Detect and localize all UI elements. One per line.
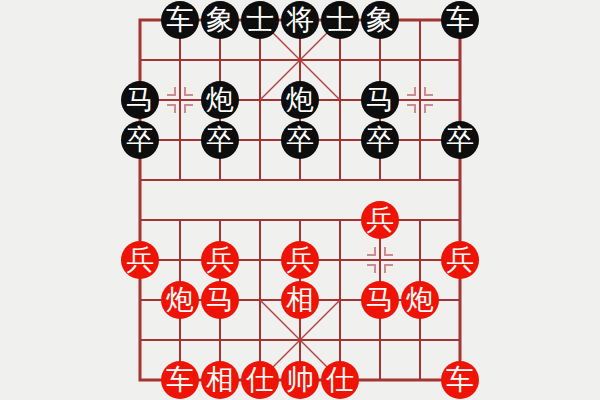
piece-black-horse[interactable]: 马	[361, 81, 399, 119]
board-point-7-0[interactable]	[400, 0, 440, 40]
board-point-8-9[interactable]: 车	[440, 360, 480, 400]
point-marker-corner	[407, 87, 416, 96]
board-point-4-8[interactable]	[280, 320, 320, 360]
piece-red-soldier[interactable]: 兵	[201, 241, 239, 279]
board-point-7-1[interactable]	[400, 40, 440, 80]
piece-red-cannon[interactable]: 炮	[161, 281, 199, 319]
point-marker-corner	[184, 104, 193, 113]
board-point-0-3[interactable]: 卒	[120, 120, 160, 160]
board-point-0-1[interactable]	[120, 40, 160, 80]
piece-black-soldier[interactable]: 卒	[201, 121, 239, 159]
board-point-0-5[interactable]	[120, 200, 160, 240]
board-point-6-4[interactable]	[360, 160, 400, 200]
point-marker	[167, 87, 193, 113]
board-point-2-7[interactable]: 马	[200, 280, 240, 320]
board-point-0-8[interactable]	[120, 320, 160, 360]
board-point-1-6[interactable]	[160, 240, 200, 280]
board-point-3-6[interactable]	[240, 240, 280, 280]
board-point-4-3[interactable]: 卒	[280, 120, 320, 160]
piece-red-chariot[interactable]: 车	[441, 361, 479, 399]
piece-red-advisor[interactable]: 仕	[321, 361, 359, 399]
board-point-5-0[interactable]: 士	[320, 0, 360, 40]
board-point-6-8[interactable]	[360, 320, 400, 360]
piece-red-soldier[interactable]: 兵	[281, 241, 319, 279]
board-point-5-6[interactable]	[320, 240, 360, 280]
board-point-8-5[interactable]	[440, 200, 480, 240]
board-point-5-5[interactable]	[320, 200, 360, 240]
board-point-3-2[interactable]	[240, 80, 280, 120]
board-point-2-3[interactable]: 卒	[200, 120, 240, 160]
board-point-4-6[interactable]: 兵	[280, 240, 320, 280]
board-point-3-7[interactable]	[240, 280, 280, 320]
piece-red-horse[interactable]: 马	[201, 281, 239, 319]
board-point-0-7[interactable]	[120, 280, 160, 320]
board-point-1-8[interactable]	[160, 320, 200, 360]
board-point-7-5[interactable]	[400, 200, 440, 240]
board-point-8-3[interactable]: 卒	[440, 120, 480, 160]
board-point-6-2[interactable]: 马	[360, 80, 400, 120]
board-point-0-0[interactable]	[120, 0, 160, 40]
board-point-2-6[interactable]: 兵	[200, 240, 240, 280]
board-point-7-4[interactable]	[400, 160, 440, 200]
board-point-1-0[interactable]: 车	[160, 0, 200, 40]
piece-black-advisor[interactable]: 士	[321, 1, 359, 39]
board-point-3-4[interactable]	[240, 160, 280, 200]
board-point-3-1[interactable]	[240, 40, 280, 80]
board-point-4-4[interactable]	[280, 160, 320, 200]
piece-black-elephant[interactable]: 象	[201, 1, 239, 39]
piece-red-cannon[interactable]: 炮	[401, 281, 439, 319]
board-point-1-3[interactable]	[160, 120, 200, 160]
board-point-6-7[interactable]: 马	[360, 280, 400, 320]
board-point-4-2[interactable]: 炮	[280, 80, 320, 120]
piece-red-horse[interactable]: 马	[361, 281, 399, 319]
board-point-8-1[interactable]	[440, 40, 480, 80]
board-point-0-9[interactable]	[120, 360, 160, 400]
board-point-7-8[interactable]	[400, 320, 440, 360]
xiangqi-board[interactable]: 车象士将士象车马炮炮马卒卒卒卒卒兵兵兵兵兵炮马相马炮车相仕帅仕车	[120, 0, 480, 400]
point-marker-corner	[367, 264, 376, 273]
board-point-3-3[interactable]	[240, 120, 280, 160]
board-point-6-0[interactable]: 象	[360, 0, 400, 40]
board-point-8-7[interactable]	[440, 280, 480, 320]
board-point-7-9[interactable]	[400, 360, 440, 400]
point-marker-corner	[424, 87, 433, 96]
board-point-1-1[interactable]	[160, 40, 200, 80]
board-point-2-9[interactable]: 相	[200, 360, 240, 400]
point-marker-corner	[424, 104, 433, 113]
piece-black-soldier[interactable]: 卒	[361, 121, 399, 159]
board-point-8-8[interactable]	[440, 320, 480, 360]
board-point-8-2[interactable]	[440, 80, 480, 120]
board-point-0-6[interactable]: 兵	[120, 240, 160, 280]
board-point-2-8[interactable]	[200, 320, 240, 360]
board-point-5-7[interactable]	[320, 280, 360, 320]
piece-red-soldier[interactable]: 兵	[361, 201, 399, 239]
board-point-1-9[interactable]: 车	[160, 360, 200, 400]
board-point-4-7[interactable]: 相	[280, 280, 320, 320]
point-marker-corner	[167, 87, 176, 96]
board-point-3-9[interactable]: 仕	[240, 360, 280, 400]
board-point-1-5[interactable]	[160, 200, 200, 240]
board-point-3-8[interactable]	[240, 320, 280, 360]
point-marker-corner	[384, 247, 393, 256]
board-point-4-0[interactable]: 将	[280, 0, 320, 40]
board-point-7-3[interactable]	[400, 120, 440, 160]
point-marker-corner	[167, 104, 176, 113]
board-point-6-1[interactable]	[360, 40, 400, 80]
point-marker-corner	[184, 87, 193, 96]
piece-black-soldier[interactable]: 卒	[441, 121, 479, 159]
point-marker-corner	[367, 247, 376, 256]
piece-red-elephant[interactable]: 相	[281, 281, 319, 319]
board-point-7-6[interactable]	[400, 240, 440, 280]
board-point-1-2[interactable]	[160, 80, 200, 120]
board-point-0-2[interactable]: 马	[120, 80, 160, 120]
board-point-5-2[interactable]	[320, 80, 360, 120]
board-point-0-4[interactable]	[120, 160, 160, 200]
board-point-5-9[interactable]: 仕	[320, 360, 360, 400]
board-point-6-3[interactable]: 卒	[360, 120, 400, 160]
piece-black-cannon[interactable]: 炮	[201, 81, 239, 119]
board-point-6-6[interactable]	[360, 240, 400, 280]
board-point-8-0[interactable]: 车	[440, 0, 480, 40]
piece-red-soldier[interactable]: 兵	[121, 241, 159, 279]
board-point-7-7[interactable]: 炮	[400, 280, 440, 320]
board-point-1-7[interactable]: 炮	[160, 280, 200, 320]
board-point-2-2[interactable]: 炮	[200, 80, 240, 120]
board-point-5-8[interactable]	[320, 320, 360, 360]
piece-black-soldier[interactable]: 卒	[281, 121, 319, 159]
point-marker-corner	[407, 104, 416, 113]
piece-black-soldier[interactable]: 卒	[121, 121, 159, 159]
board-point-8-6[interactable]: 兵	[440, 240, 480, 280]
piece-red-general[interactable]: 帅	[281, 361, 319, 399]
board-point-1-4[interactable]	[160, 160, 200, 200]
point-marker	[367, 247, 393, 273]
piece-red-chariot[interactable]: 车	[161, 361, 199, 399]
piece-black-chariot[interactable]: 车	[441, 1, 479, 39]
piece-red-advisor[interactable]: 仕	[241, 361, 279, 399]
piece-black-general[interactable]: 将	[281, 1, 319, 39]
board-point-5-4[interactable]	[320, 160, 360, 200]
board-point-3-5[interactable]	[240, 200, 280, 240]
board-point-6-5[interactable]: 兵	[360, 200, 400, 240]
board-point-6-9[interactable]	[360, 360, 400, 400]
board-point-4-9[interactable]: 帅	[280, 360, 320, 400]
board-point-2-0[interactable]: 象	[200, 0, 240, 40]
piece-black-elephant[interactable]: 象	[361, 1, 399, 39]
piece-black-cannon[interactable]: 炮	[281, 81, 319, 119]
piece-black-chariot[interactable]: 车	[161, 1, 199, 39]
board-point-4-1[interactable]	[280, 40, 320, 80]
piece-black-horse[interactable]: 马	[121, 81, 159, 119]
board-point-2-1[interactable]	[200, 40, 240, 80]
board-point-4-5[interactable]	[280, 200, 320, 240]
piece-red-elephant[interactable]: 相	[201, 361, 239, 399]
board-point-5-1[interactable]	[320, 40, 360, 80]
piece-black-advisor[interactable]: 士	[241, 1, 279, 39]
board-point-2-5[interactable]	[200, 200, 240, 240]
board-point-8-4[interactable]	[440, 160, 480, 200]
board-point-3-0[interactable]: 士	[240, 0, 280, 40]
point-marker	[407, 87, 433, 113]
xiangqi-board-screen: 车象士将士象车马炮炮马卒卒卒卒卒兵兵兵兵兵炮马相马炮车相仕帅仕车	[0, 0, 600, 400]
piece-red-soldier[interactable]: 兵	[441, 241, 479, 279]
board-point-2-4[interactable]	[200, 160, 240, 200]
point-marker-corner	[384, 264, 393, 273]
board-point-7-2[interactable]	[400, 80, 440, 120]
board-point-5-3[interactable]	[320, 120, 360, 160]
